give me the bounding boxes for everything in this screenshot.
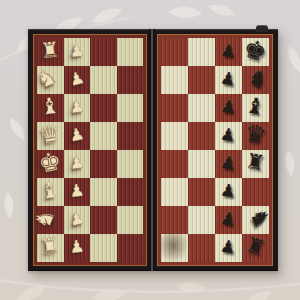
black-pawn[interactable]: ♟ [220, 125, 238, 144]
square-c7r1[interactable]: ♟ [215, 38, 242, 66]
square-c4r4[interactable] [117, 122, 144, 150]
square-c4r3[interactable] [117, 94, 144, 122]
left-felt-border: ♜♟♞♟♝♟♛♟♚♟♝♟♞♟♜♟ [33, 34, 147, 266]
square-c7r2[interactable]: ♟ [215, 66, 242, 94]
square-c6r4[interactable] [188, 122, 215, 150]
square-c6r5[interactable] [188, 150, 215, 178]
square-c8r3[interactable]: ♝ [242, 94, 269, 122]
square-c5r8[interactable] [161, 234, 188, 262]
square-c6r6[interactable] [188, 178, 215, 206]
square-c1r2[interactable]: ♞ [37, 66, 64, 94]
square-c3r1[interactable] [90, 38, 117, 66]
square-c7r4[interactable]: ♟ [215, 122, 242, 150]
black-pawn[interactable]: ♟ [219, 69, 237, 88]
square-c2r6[interactable]: ♟ [64, 178, 91, 206]
square-c7r6[interactable]: ♟ [215, 178, 242, 206]
square-c4r6[interactable] [117, 178, 144, 206]
square-c3r3[interactable] [90, 94, 117, 122]
square-c1r3[interactable]: ♝ [37, 94, 64, 122]
square-c2r5[interactable]: ♟ [64, 150, 91, 178]
square-c1r5[interactable]: ♚ [37, 150, 64, 178]
white-knight[interactable]: ♞ [34, 65, 61, 93]
square-c5r1[interactable] [161, 38, 188, 66]
square-c3r4[interactable] [90, 122, 117, 150]
white-pawn[interactable]: ♟ [67, 69, 86, 89]
white-pawn[interactable]: ♟ [68, 238, 85, 257]
square-c1r8[interactable]: ♜ [37, 234, 64, 262]
white-king[interactable]: ♚ [37, 148, 64, 177]
black-pawn[interactable]: ♟ [220, 42, 237, 61]
white-pawn[interactable]: ♟ [68, 182, 85, 201]
square-c2r7[interactable]: ♟ [64, 206, 91, 234]
white-queen[interactable]: ♛ [38, 121, 63, 148]
square-c6r7[interactable] [188, 206, 215, 234]
square-c2r3[interactable]: ♟ [64, 94, 91, 122]
square-c4r8[interactable] [117, 234, 144, 262]
square-c1r6[interactable]: ♝ [37, 178, 64, 206]
square-c1r7[interactable]: ♞ [37, 206, 64, 234]
square-c5r2[interactable] [161, 66, 188, 94]
square-c5r6[interactable] [161, 178, 188, 206]
white-pawn[interactable]: ♟ [67, 209, 86, 229]
black-rook[interactable]: ♜ [244, 151, 266, 175]
square-c5r7[interactable] [161, 206, 188, 234]
white-pawn[interactable]: ♟ [68, 42, 85, 61]
white-bishop[interactable]: ♝ [39, 95, 61, 119]
square-c6r3[interactable] [188, 94, 215, 122]
square-c7r3[interactable]: ♟ [215, 94, 242, 122]
black-king[interactable]: ♚ [241, 35, 269, 65]
board-left-half: ♜♟♞♟♝♟♛♟♚♟♝♟♞♟♜♟ [28, 29, 149, 271]
right-squares-grid: ♟♚♟♞♟♝♟♛♟♜♟♟♞♟♜ [161, 38, 269, 262]
square-c7r5[interactable]: ♟ [215, 150, 242, 178]
square-c3r2[interactable] [90, 66, 117, 94]
square-c7r8[interactable]: ♟ [215, 234, 242, 262]
square-c2r8[interactable]: ♟ [64, 234, 91, 262]
square-c2r4[interactable]: ♟ [64, 122, 91, 150]
square-c2r1[interactable]: ♟ [64, 38, 91, 66]
square-c8r7[interactable]: ♞ [242, 206, 269, 234]
black-knight[interactable]: ♞ [244, 64, 272, 93]
square-c6r8[interactable] [188, 234, 215, 262]
square-c8r5[interactable]: ♜ [242, 150, 269, 178]
square-c2r2[interactable]: ♟ [64, 66, 91, 94]
square-c4r7[interactable] [117, 206, 144, 234]
square-c3r7[interactable] [90, 206, 117, 234]
black-bishop[interactable]: ♝ [244, 94, 267, 119]
black-pawn[interactable]: ♟ [220, 98, 237, 117]
square-c7r7[interactable]: ♟ [215, 206, 242, 234]
photo-scene: ♜♟♞♟♝♟♛♟♚♟♝♟♞♟♜♟ ♟♚♟♞♟♝♟♛♟♜♟♟♞♟♜ [0, 0, 300, 300]
square-c8r8[interactable]: ♜ [242, 234, 269, 262]
square-c3r5[interactable] [90, 150, 117, 178]
white-pawn[interactable]: ♟ [68, 125, 86, 145]
square-c8r2[interactable]: ♞ [242, 66, 269, 94]
black-knight[interactable]: ♞ [246, 205, 274, 232]
square-c3r8[interactable] [90, 234, 117, 262]
square-c5r4[interactable] [161, 122, 188, 150]
white-bishop[interactable]: ♝ [39, 178, 62, 203]
black-pawn[interactable]: ♟ [220, 237, 238, 256]
square-c3r6[interactable] [90, 178, 117, 206]
square-c6r1[interactable] [188, 38, 215, 66]
left-squares-grid: ♜♟♞♟♝♟♛♟♚♟♝♟♞♟♜♟ [37, 38, 143, 262]
black-queen[interactable]: ♛ [243, 121, 269, 149]
white-rook[interactable]: ♜ [40, 39, 61, 62]
square-c5r5[interactable] [161, 150, 188, 178]
white-pawn[interactable]: ♟ [68, 153, 86, 172]
white-rook[interactable]: ♜ [40, 235, 61, 258]
white-pawn[interactable]: ♟ [68, 97, 86, 116]
black-rook[interactable]: ♜ [243, 234, 267, 260]
square-c5r3[interactable] [161, 94, 188, 122]
white-knight[interactable]: ♞ [31, 205, 59, 232]
square-c1r4[interactable]: ♛ [37, 122, 64, 150]
board-right-half: ♟♚♟♞♟♝♟♛♟♜♟♟♞♟♜ [155, 29, 278, 271]
chess-board: ♜♟♞♟♝♟♛♟♚♟♝♟♞♟♜♟ ♟♚♟♞♟♝♟♛♟♜♟♟♞♟♜ [28, 29, 278, 271]
square-c6r2[interactable] [188, 66, 215, 94]
black-pawn[interactable]: ♟ [219, 209, 237, 229]
black-pawn[interactable]: ♟ [220, 182, 237, 201]
square-c4r5[interactable] [117, 150, 144, 178]
square-c4r1[interactable] [117, 38, 144, 66]
square-c4r2[interactable] [117, 66, 144, 94]
square-c8r6[interactable] [242, 178, 269, 206]
right-felt-border: ♟♚♟♞♟♝♟♛♟♜♟♟♞♟♜ [157, 34, 273, 266]
black-pawn[interactable]: ♟ [219, 153, 237, 172]
square-c8r4[interactable]: ♛ [242, 122, 269, 150]
clasp-latch [256, 25, 268, 32]
